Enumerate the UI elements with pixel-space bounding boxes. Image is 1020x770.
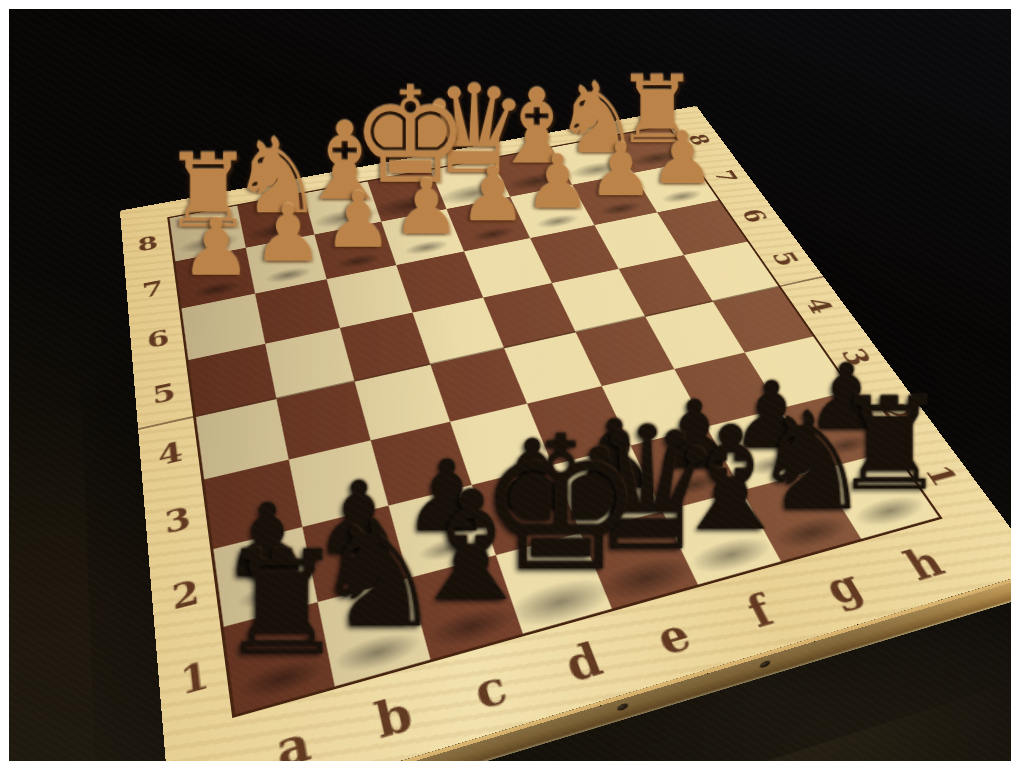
scene: ♜♞♝♚♛♝♞♜♟♟♟♟♟♟♟♟♟♟♟♟♟♟♟♟♜♞♝♚♛♝♞♜ abcdefg… [9, 9, 1011, 761]
rank-label-left-6: 6 [146, 326, 171, 352]
photo-frame: ♜♞♝♚♛♝♞♜♟♟♟♟♟♟♟♟♟♟♟♟♟♟♟♟♜♞♝♚♛♝♞♜ abcdefg… [9, 9, 1011, 761]
rank-label-left-5: 5 [151, 379, 177, 408]
piece-black-rook[interactable]: ♜ [159, 535, 404, 679]
chess-board: ♜♞♝♚♛♝♞♜♟♟♟♟♟♟♟♟♟♟♟♟♟♟♟♟♜♞♝♚♛♝♞♜ abcdefg… [120, 106, 1011, 761]
rank-label-left-4: 4 [157, 438, 184, 470]
piece-white-pawn[interactable]: ♟ [126, 211, 306, 290]
